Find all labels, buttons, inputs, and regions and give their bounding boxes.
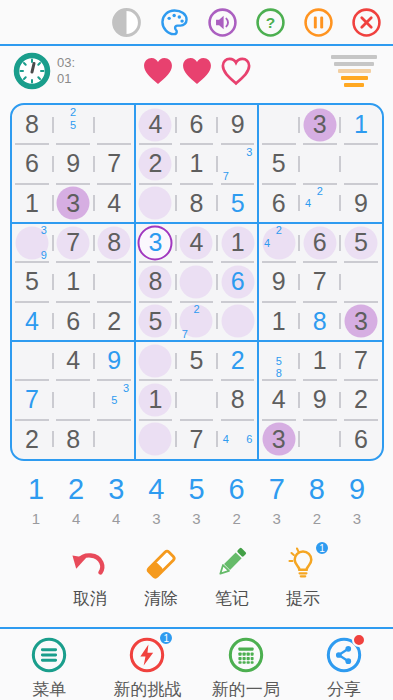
cell-r5c2[interactable]: 1: [53, 262, 94, 301]
cell-r1c1[interactable]: 8: [12, 105, 53, 144]
numpad-key-9[interactable]: 93: [345, 475, 369, 526]
clear-label: 清除: [144, 587, 178, 610]
pencil-icon: [214, 545, 250, 581]
contrast-icon[interactable]: [111, 7, 142, 38]
user-digit: 9: [107, 346, 121, 375]
user-digit: 8: [313, 307, 327, 336]
cell-r3c4[interactable]: [135, 184, 176, 223]
cell-r5c7[interactable]: 9: [258, 262, 299, 301]
given-digit: 6: [272, 189, 286, 218]
related-cell-highlight: [180, 265, 213, 298]
heart-empty-icon: [219, 56, 253, 87]
pencil-marks: 35: [97, 381, 132, 418]
box-divider: [12, 222, 382, 224]
cell-r1c2[interactable]: 25: [53, 105, 94, 144]
cell-r2c5[interactable]: 1: [176, 144, 217, 183]
given-digit: 5: [190, 346, 204, 375]
undo-icon: [71, 549, 109, 577]
given-digit: 3: [313, 110, 327, 139]
cell-r6c3[interactable]: 2: [94, 302, 135, 341]
cell-r7c1[interactable]: [12, 341, 53, 380]
given-digit: 4: [190, 228, 204, 257]
cell-r1c6[interactable]: 9: [217, 105, 258, 144]
numpad-digit: 6: [229, 475, 245, 504]
given-digit: 7: [66, 228, 80, 257]
cell-r6c6[interactable]: [217, 302, 258, 341]
given-digit: 5: [148, 307, 162, 336]
related-cell-highlight: [139, 423, 172, 456]
pencil-marks: 24: [261, 224, 296, 261]
cell-r7c9[interactable]: 7: [340, 341, 381, 380]
given-digit: 7: [107, 149, 121, 178]
given-digit: 3: [272, 425, 286, 454]
cell-r3c8[interactable]: 24: [299, 184, 340, 223]
cell-r2c2[interactable]: 9: [53, 144, 94, 183]
grid-icon: [227, 636, 265, 674]
cell-r8c7[interactable]: 4: [258, 380, 299, 419]
numpad-key-3[interactable]: 34: [104, 475, 128, 526]
given-digit: 1: [66, 267, 80, 296]
cell-r5c5[interactable]: [176, 262, 217, 301]
numpad-digit: 9: [349, 475, 365, 504]
user-digit: 6: [231, 267, 245, 296]
cell-r6c2[interactable]: 6: [53, 302, 94, 341]
cell-r8c2[interactable]: [53, 380, 94, 419]
palette-icon[interactable]: [159, 7, 190, 38]
cell-r9c4[interactable]: [135, 420, 176, 459]
cell-r9c2[interactable]: 8: [53, 420, 94, 459]
given-digit: 9: [272, 267, 286, 296]
given-digit: 2: [354, 385, 368, 414]
sudoku-board: 8254693169721375134856249397834124655186…: [10, 103, 384, 461]
pause-icon[interactable]: [303, 7, 334, 38]
timer: 03: 01: [12, 51, 75, 91]
clear-button[interactable]: 清除: [132, 546, 190, 610]
nav-share-label: 分享: [327, 678, 361, 700]
pencil-marks: 25: [56, 106, 91, 143]
share-badge-dot: [352, 633, 366, 647]
given-digit: 7: [313, 267, 327, 296]
menu-icon: [30, 636, 68, 674]
numpad-digit: 8: [309, 475, 325, 504]
new-challenge-badge: 1: [158, 630, 174, 646]
cell-r4c6[interactable]: 1: [217, 223, 258, 262]
svg-text:?: ?: [266, 14, 275, 31]
given-digit: 1: [231, 228, 245, 257]
numpad-digit: 4: [148, 475, 164, 504]
nav-new-game-label: 新的一局: [212, 678, 280, 700]
numpad-remaining-count: 2: [232, 511, 240, 526]
clock-icon: [12, 51, 52, 91]
cell-r6c9[interactable]: 3: [340, 302, 381, 341]
cell-r7c6[interactable]: 2: [217, 341, 258, 380]
cell-r9c3[interactable]: [94, 420, 135, 459]
given-digit: 6: [66, 307, 80, 336]
difficulty-bar: [344, 83, 364, 87]
nav-share[interactable]: 分享: [295, 636, 393, 700]
heart-filled-icon: [180, 56, 214, 87]
given-digit: 1: [25, 189, 39, 218]
cell-r3c6[interactable]: 5: [217, 184, 258, 223]
numpad-remaining-count: 4: [112, 511, 120, 526]
hint-badge: 1: [314, 540, 330, 556]
cell-r4c2[interactable]: 7: [53, 223, 94, 262]
cell-r1c4[interactable]: 4: [135, 105, 176, 144]
numpad-remaining-count: 4: [72, 511, 80, 526]
cell-r2c4[interactable]: 2: [135, 144, 176, 183]
cell-r3c5[interactable]: 8: [176, 184, 217, 223]
numpad-key-2[interactable]: 24: [64, 475, 88, 526]
given-digit: 8: [107, 228, 121, 257]
given-digit: 4: [66, 346, 80, 375]
cell-r2c9[interactable]: [340, 144, 381, 183]
timer-minutes: 03:: [57, 55, 75, 71]
given-digit: 9: [231, 110, 245, 139]
cell-r9c9[interactable]: 6: [340, 420, 381, 459]
cell-r6c1[interactable]: 4: [12, 302, 53, 341]
given-digit: 9: [313, 385, 327, 414]
notes-button[interactable]: 笔记: [203, 546, 261, 610]
cell-r8c9[interactable]: 2: [340, 380, 381, 419]
difficulty-bar: [331, 55, 377, 59]
given-digit: 6: [313, 228, 327, 257]
cell-r1c9[interactable]: 1: [340, 105, 381, 144]
heart-filled-icon: [141, 56, 175, 87]
cell-r5c9[interactable]: [340, 262, 381, 301]
hint-label: 提示: [286, 587, 320, 610]
pencil-marks: 37: [220, 145, 255, 182]
numpad-digit: 5: [188, 475, 204, 504]
cell-r8c1[interactable]: 7: [12, 380, 53, 419]
cell-r4c8[interactable]: 6: [299, 223, 340, 262]
cell-r1c8[interactable]: 3: [299, 105, 340, 144]
given-digit: 7: [190, 425, 204, 454]
given-digit: 9: [354, 189, 368, 218]
given-digit: 1: [190, 149, 204, 178]
nav-new-challenge[interactable]: 1 新的挑战: [98, 636, 196, 700]
user-digit: 5: [231, 189, 245, 218]
cell-r8c3[interactable]: 35: [94, 380, 135, 419]
number-pad: 112434435362738293: [0, 475, 393, 526]
timer-seconds: 01: [57, 71, 75, 87]
difficulty-bar: [338, 69, 371, 73]
cell-r4c7[interactable]: 24: [258, 223, 299, 262]
pencil-marks: 27: [179, 303, 214, 340]
given-digit: 4: [148, 110, 162, 139]
given-digit: 6: [190, 110, 204, 139]
cell-r4c9[interactable]: 5: [340, 223, 381, 262]
numpad-remaining-count: 1: [32, 511, 40, 526]
given-digit: 6: [25, 149, 39, 178]
cell-r7c5[interactable]: 5: [176, 341, 217, 380]
nav-new-game[interactable]: 新的一局: [197, 636, 295, 700]
cell-r6c4[interactable]: 5: [135, 302, 176, 341]
numpad-digit: 7: [269, 475, 285, 504]
user-digit: 4: [25, 307, 39, 336]
cell-r5c8[interactable]: 7: [299, 262, 340, 301]
given-digit: 3: [66, 189, 80, 218]
cell-r5c6[interactable]: 6: [217, 262, 258, 301]
difficulty-indicator[interactable]: [331, 55, 381, 87]
pencil-marks: 39: [15, 224, 50, 261]
cell-r4c1[interactable]: 39: [12, 223, 53, 262]
given-digit: 9: [66, 149, 80, 178]
given-digit: 4: [272, 385, 286, 414]
pencil-marks: 24: [302, 185, 337, 222]
numpad-remaining-count: 3: [273, 511, 281, 526]
cell-r3c9[interactable]: 9: [340, 184, 381, 223]
notes-label: 笔记: [215, 587, 249, 610]
given-digit: 3: [354, 307, 368, 336]
hint-button[interactable]: 1 提示: [274, 546, 332, 610]
given-digit: 1: [148, 385, 162, 414]
numpad-key-7[interactable]: 73: [265, 475, 289, 526]
box-divider: [134, 105, 136, 459]
cell-r2c6[interactable]: 37: [217, 144, 258, 183]
sudoku-board-grid: 8254693169721375134856249397834124655186…: [12, 105, 382, 459]
pencil-marks: 46: [220, 421, 255, 458]
difficulty-bar: [334, 62, 374, 66]
numpad-key-6[interactable]: 62: [225, 475, 249, 526]
given-digit: 8: [25, 110, 39, 139]
related-cell-highlight: [139, 344, 172, 377]
numpad-key-5[interactable]: 53: [185, 475, 209, 526]
cell-r9c6[interactable]: 46: [217, 420, 258, 459]
numpad-key-1[interactable]: 11: [24, 475, 48, 526]
cell-r1c7[interactable]: [258, 105, 299, 144]
given-digit: 5: [25, 267, 39, 296]
numpad-remaining-count: 3: [192, 511, 200, 526]
related-cell-highlight: [139, 187, 172, 220]
cell-r3c2[interactable]: 3: [53, 184, 94, 223]
cell-r9c5[interactable]: 7: [176, 420, 217, 459]
numpad-remaining-count: 3: [152, 511, 160, 526]
cell-r3c3[interactable]: 4: [94, 184, 135, 223]
cell-r4c4[interactable]: 3: [135, 223, 176, 262]
given-digit: 2: [107, 307, 121, 336]
user-digit: 2: [231, 346, 245, 375]
cell-r3c1[interactable]: 1: [12, 184, 53, 223]
given-digit: 7: [354, 346, 368, 375]
cell-r5c3[interactable]: [94, 262, 135, 301]
given-digit: 1: [313, 346, 327, 375]
nav-menu[interactable]: 菜单: [0, 636, 98, 700]
numpad-digit: 3: [108, 475, 124, 504]
numpad-key-4[interactable]: 43: [144, 475, 168, 526]
given-digit: 8: [66, 425, 80, 454]
cell-r7c8[interactable]: 1: [299, 341, 340, 380]
action-bar: 取消 清除 笔记: [0, 546, 393, 610]
cell-r7c2[interactable]: 4: [53, 341, 94, 380]
eraser-icon: [143, 545, 179, 581]
cell-r1c3[interactable]: [94, 105, 135, 144]
pencil-marks: 58: [261, 342, 296, 379]
top-bar: ?: [0, 0, 393, 46]
cell-r8c8[interactable]: 9: [299, 380, 340, 419]
cell-r4c5[interactable]: 4: [176, 223, 217, 262]
cell-r5c1[interactable]: 5: [12, 262, 53, 301]
cell-r8c5[interactable]: [176, 380, 217, 419]
user-digit: 7: [25, 385, 39, 414]
status-bar: 03: 01: [0, 46, 393, 96]
cell-r2c1[interactable]: 6: [12, 144, 53, 183]
cell-r7c3[interactable]: 9: [94, 341, 135, 380]
cell-r8c6[interactable]: 8: [217, 380, 258, 419]
related-cell-highlight: [221, 305, 254, 338]
undo-label: 取消: [73, 587, 107, 610]
cell-r9c8[interactable]: [299, 420, 340, 459]
numpad-digit: 1: [28, 475, 44, 504]
numpad-remaining-count: 2: [313, 511, 321, 526]
box-divider: [257, 105, 259, 459]
given-digit: 6: [354, 425, 368, 454]
cell-r6c8[interactable]: 8: [299, 302, 340, 341]
help-icon[interactable]: ?: [255, 7, 286, 38]
cell-r1c5[interactable]: 6: [176, 105, 217, 144]
given-digit: 5: [354, 228, 368, 257]
sound-icon[interactable]: [207, 7, 238, 38]
cell-r9c1[interactable]: 2: [12, 420, 53, 459]
cell-r2c7[interactable]: 5: [258, 144, 299, 183]
user-digit: 1: [354, 110, 368, 139]
numpad-digit: 2: [68, 475, 84, 504]
given-digit: 8: [231, 385, 245, 414]
given-digit: 8: [148, 267, 162, 296]
cell-r8c4[interactable]: 1: [135, 380, 176, 419]
box-divider: [12, 340, 382, 342]
difficulty-bar: [341, 76, 368, 80]
numpad-key-8[interactable]: 82: [305, 475, 329, 526]
lives: [141, 56, 253, 87]
cell-r5c4[interactable]: 8: [135, 262, 176, 301]
nav-new-challenge-label: 新的挑战: [113, 678, 181, 700]
cell-r2c8[interactable]: [299, 144, 340, 183]
given-digit: 5: [272, 149, 286, 178]
cell-r3c7[interactable]: 6: [258, 184, 299, 223]
given-digit: 2: [148, 149, 162, 178]
numpad-remaining-count: 3: [353, 511, 361, 526]
cell-r7c7[interactable]: 58: [258, 341, 299, 380]
nav-menu-label: 菜单: [32, 678, 66, 700]
given-digit: 2: [25, 425, 39, 454]
cell-r6c5[interactable]: 27: [176, 302, 217, 341]
bottom-nav: 菜单 1 新的挑战 新的一局: [0, 629, 393, 700]
cell-r4c3[interactable]: 8: [94, 223, 135, 262]
cell-r7c4[interactable]: [135, 341, 176, 380]
cell-r2c3[interactable]: 7: [94, 144, 135, 183]
given-digit: 1: [272, 307, 286, 336]
close-icon[interactable]: [351, 7, 382, 38]
given-digit: 8: [190, 189, 204, 218]
cell-r6c7[interactable]: 1: [258, 302, 299, 341]
cell-r9c7[interactable]: 3: [258, 420, 299, 459]
given-digit: 4: [107, 189, 121, 218]
user-digit: 3: [148, 228, 162, 257]
undo-button[interactable]: 取消: [61, 546, 119, 610]
